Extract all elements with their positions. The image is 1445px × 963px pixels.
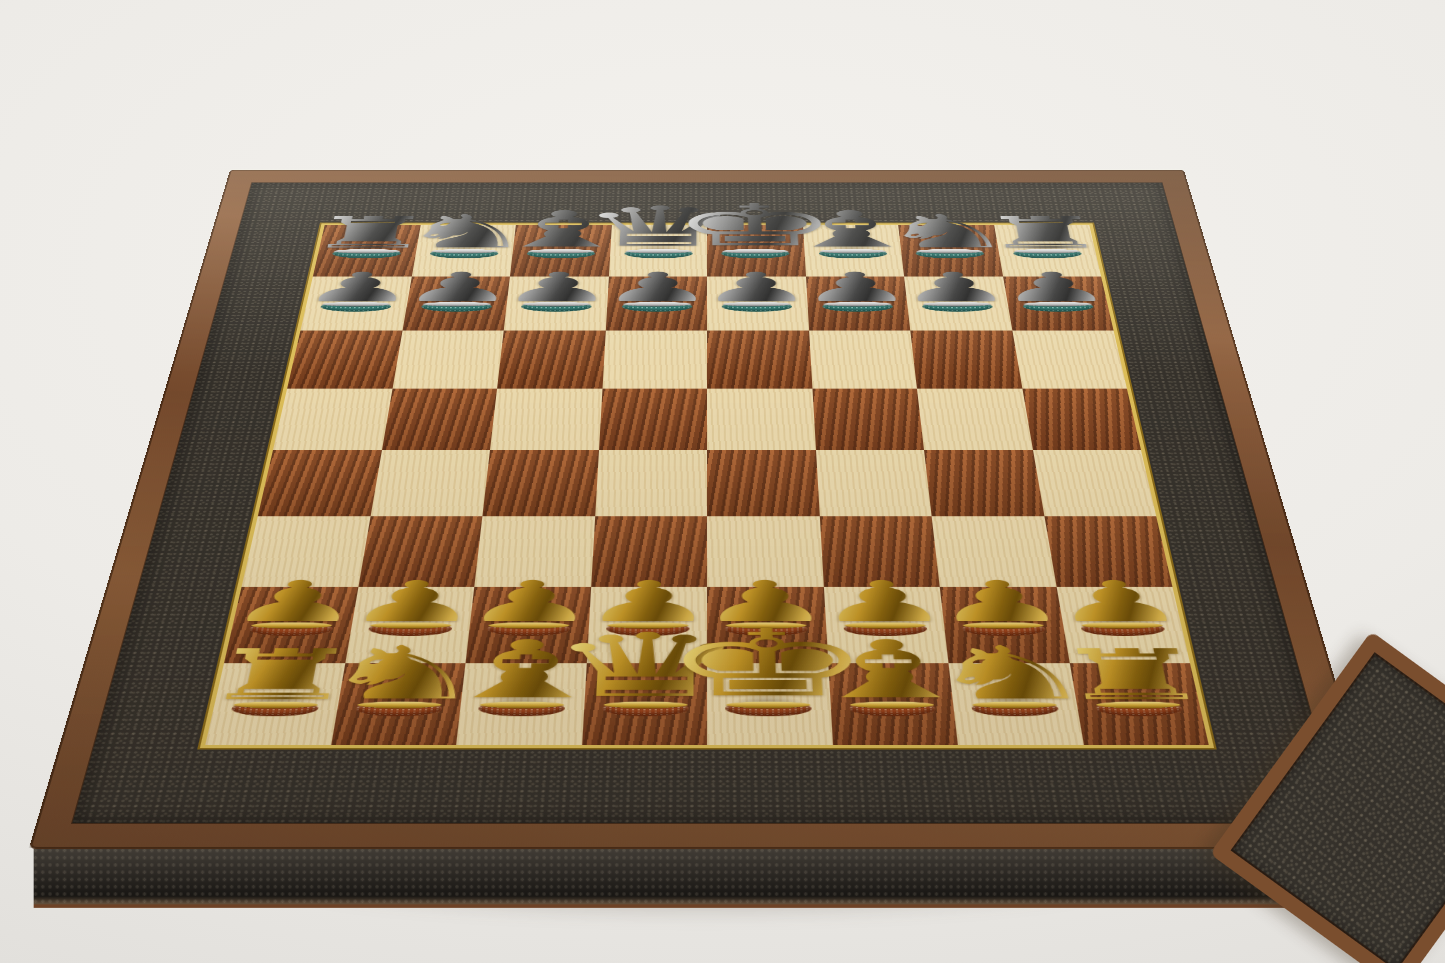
coral-shagreen-base	[843, 625, 927, 636]
square-b1[interactable]: ♞	[331, 663, 466, 745]
square-b6[interactable]	[392, 331, 504, 389]
piece-shadow	[599, 613, 696, 638]
board-front-edge	[34, 849, 1381, 908]
square-a3[interactable]	[242, 516, 371, 587]
piece-shadow	[480, 613, 578, 638]
square-c3[interactable]	[474, 516, 594, 587]
square-g2[interactable]: ♟	[940, 587, 1069, 663]
square-a5[interactable]	[273, 388, 392, 450]
piece-shadow	[223, 691, 328, 718]
coral-shagreen-base	[606, 625, 690, 636]
piece-shadow	[347, 691, 451, 718]
square-d2[interactable]: ♟	[586, 587, 707, 663]
square-h2[interactable]: ♟	[1056, 587, 1190, 663]
coral-shagreen-base	[230, 704, 319, 716]
square-g6[interactable]	[910, 331, 1022, 389]
square-e6[interactable]	[707, 331, 812, 389]
square-c1[interactable]: ♝	[456, 663, 586, 745]
piece-upright: ♞	[917, 636, 1108, 716]
white-pawn-glyph: ♟	[341, 574, 485, 630]
piece-shadow	[1086, 691, 1191, 718]
white-bishop-glyph: ♝	[428, 630, 620, 710]
square-f5[interactable]	[812, 388, 924, 450]
square-h5[interactable]	[1022, 388, 1141, 450]
piece-upright: ♝	[798, 630, 984, 716]
square-f1[interactable]: ♝	[828, 663, 958, 745]
white-pawn-glyph: ♟	[814, 574, 954, 630]
black-pawn-glyph: ♟	[993, 267, 1116, 307]
white-knight-glyph: ♞	[921, 636, 1102, 709]
black-rook-glyph: ♜	[976, 211, 1112, 254]
piece-upright: ♟	[679, 574, 855, 636]
coral-shagreen-base	[354, 704, 442, 716]
piece-shadow	[360, 613, 460, 638]
square-f3[interactable]	[819, 516, 939, 587]
piece-upright: ♟	[978, 267, 1133, 312]
white-knight-glyph: ♞	[312, 636, 493, 709]
coral-shagreen-base	[1080, 625, 1165, 636]
piece-shadow	[841, 691, 943, 718]
piece-upright: ♜	[969, 211, 1120, 258]
square-h1[interactable]: ♜	[1069, 663, 1209, 745]
coral-shagreen-base	[725, 625, 809, 636]
square-g3[interactable]	[932, 516, 1056, 587]
coral-shagreen-base	[962, 625, 1047, 636]
square-e1[interactable]: ♚	[707, 663, 832, 745]
piece-shadow	[836, 613, 934, 638]
coral-shagreen-base	[486, 625, 570, 636]
white-pawn-glyph: ♟	[698, 574, 835, 630]
piece-upright: ♟	[795, 574, 973, 636]
piece-upright: ♚	[678, 618, 861, 716]
coral-shagreen-base	[849, 704, 936, 716]
piece-shadow	[718, 613, 815, 638]
square-a1[interactable]: ♜	[205, 663, 345, 745]
piece-upright: ♟	[560, 574, 736, 636]
square-a6[interactable]	[287, 331, 402, 389]
square-e3[interactable]	[707, 516, 823, 587]
square-d5[interactable]	[599, 388, 708, 450]
piece-shadow	[963, 691, 1067, 718]
white-pawn-glyph: ♟	[929, 574, 1073, 630]
square-c2[interactable]: ♟	[466, 587, 591, 663]
piece-shadow	[471, 691, 573, 718]
piece-upright: ♝	[430, 630, 616, 716]
square-c5[interactable]	[490, 388, 602, 450]
square-d3[interactable]	[591, 516, 707, 587]
square-d6[interactable]	[602, 331, 707, 389]
white-pawn-glyph: ♟	[222, 574, 369, 630]
white-pawn-glyph: ♟	[1045, 574, 1192, 630]
square-d1[interactable]: ♛	[582, 663, 707, 745]
square-g5[interactable]	[917, 388, 1033, 450]
piece-shadow	[954, 613, 1054, 638]
piece-shadow	[595, 691, 696, 718]
square-c6[interactable]	[497, 331, 605, 389]
square-h6[interactable]	[1012, 331, 1127, 389]
piece-shadow	[241, 613, 342, 638]
square-e5[interactable]	[707, 388, 816, 450]
piece-shadow	[719, 691, 820, 718]
white-queen-glyph: ♛	[541, 622, 750, 710]
chess-scene: ♜♞♝♛♚♝♞♜♟♟♟♟♟♟♟♟♟♟♟♟♟♟♟♟♜♞♝♛♚♝♞♜	[147, 0, 1267, 963]
piece-upright: ♟	[440, 574, 618, 636]
square-b3[interactable]	[358, 516, 482, 587]
square-a2[interactable]: ♟	[224, 587, 358, 663]
square-b2[interactable]: ♟	[345, 587, 474, 663]
coral-shagreen-base	[602, 704, 689, 716]
piece-upright: ♞	[306, 636, 497, 716]
piece-shadow	[1072, 613, 1173, 638]
white-bishop-glyph: ♝	[794, 630, 986, 710]
square-e2[interactable]: ♟	[707, 587, 828, 663]
board-grid: ♜♞♝♛♚♝♞♜♟♟♟♟♟♟♟♟♟♟♟♟♟♟♟♟♜♞♝♛♚♝♞♜	[205, 225, 1209, 745]
square-h7[interactable]: ♟	[1003, 276, 1114, 330]
white-pawn-glyph: ♟	[579, 574, 716, 630]
piece-upright: ♟	[321, 574, 503, 636]
square-b5[interactable]	[382, 388, 498, 450]
coral-shagreen-base	[972, 704, 1060, 716]
piece-upright: ♛	[554, 622, 737, 716]
coral-shagreen-base	[1095, 704, 1184, 716]
square-f2[interactable]: ♟	[823, 587, 948, 663]
chess-board: ♜♞♝♛♚♝♞♜♟♟♟♟♟♟♟♟♟♟♟♟♟♟♟♟♜♞♝♛♚♝♞♜	[29, 170, 1385, 849]
piece-upright: ♟	[911, 574, 1093, 636]
white-pawn-glyph: ♟	[460, 574, 600, 630]
square-f6[interactable]	[809, 331, 917, 389]
coral-shagreen-base	[478, 704, 565, 716]
coral-shagreen-base	[248, 625, 333, 636]
square-h3[interactable]	[1044, 516, 1173, 587]
coral-shagreen-base	[725, 704, 812, 716]
white-king-glyph: ♚	[659, 618, 878, 710]
square-g1[interactable]: ♞	[948, 663, 1083, 745]
coral-shagreen-base	[367, 625, 452, 636]
